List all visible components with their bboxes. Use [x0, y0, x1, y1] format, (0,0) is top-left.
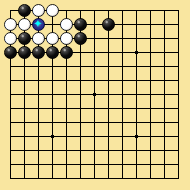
intersection-E13[interactable]: [59, 3, 73, 17]
intersection-L13[interactable]: [143, 3, 157, 17]
white-stone[interactable]: ●: [60, 32, 73, 45]
white-stone[interactable]: ●: [4, 32, 17, 45]
intersection-H6[interactable]: [101, 101, 115, 115]
intersection-A5[interactable]: [3, 115, 17, 129]
intersection-G9[interactable]: [87, 59, 101, 73]
black-stone[interactable]: ●: [32, 46, 45, 59]
intersection-E4[interactable]: [59, 129, 73, 143]
intersection-D2[interactable]: [45, 157, 59, 171]
intersection-E7[interactable]: [59, 87, 73, 101]
intersection-L7[interactable]: [143, 87, 157, 101]
intersection-L1[interactable]: [143, 171, 157, 185]
intersection-G4[interactable]: [87, 129, 101, 143]
white-stone[interactable]: ●: [46, 4, 59, 17]
intersection-K8[interactable]: [129, 73, 143, 87]
black-stone[interactable]: ●: [102, 18, 115, 31]
intersection-A7[interactable]: [3, 87, 17, 101]
intersection-D8[interactable]: [45, 73, 59, 87]
intersection-L11[interactable]: [143, 31, 157, 45]
intersection-N2[interactable]: [171, 157, 185, 171]
black-stone[interactable]: ●: [18, 32, 31, 45]
intersection-L9[interactable]: [143, 59, 157, 73]
intersection-D6[interactable]: [45, 101, 59, 115]
intersection-D7[interactable]: [45, 87, 59, 101]
intersection-M1[interactable]: [157, 171, 171, 185]
intersection-D3[interactable]: [45, 143, 59, 157]
intersection-B4[interactable]: [17, 129, 31, 143]
intersection-A1[interactable]: [3, 171, 17, 185]
go-board: ●●●●●●✦●●●●●●●●●●●●●●: [0, 0, 190, 190]
intersection-M13[interactable]: [157, 3, 171, 17]
intersection-M11[interactable]: [157, 31, 171, 45]
white-stone[interactable]: ●: [32, 32, 45, 45]
white-stone[interactable]: ●: [60, 18, 73, 31]
intersection-K6[interactable]: [129, 101, 143, 115]
intersection-C13[interactable]: ●: [31, 3, 45, 17]
intersection-H9[interactable]: [101, 59, 115, 73]
black-stone[interactable]: ●: [18, 46, 31, 59]
intersection-M2[interactable]: [157, 157, 171, 171]
intersection-C9[interactable]: [31, 59, 45, 73]
intersection-E8[interactable]: [59, 73, 73, 87]
intersection-F3[interactable]: [73, 143, 87, 157]
intersection-C10[interactable]: ●: [31, 45, 45, 59]
intersection-N9[interactable]: [171, 59, 185, 73]
intersection-L2[interactable]: [143, 157, 157, 171]
intersection-H5[interactable]: [101, 115, 115, 129]
intersection-H7[interactable]: [101, 87, 115, 101]
intersection-F13[interactable]: [73, 3, 87, 17]
intersection-C2[interactable]: [31, 157, 45, 171]
intersection-L3[interactable]: [143, 143, 157, 157]
intersection-K11[interactable]: [129, 31, 143, 45]
intersection-D1[interactable]: [45, 171, 59, 185]
intersection-N1[interactable]: [171, 171, 185, 185]
intersection-K5[interactable]: [129, 115, 143, 129]
black-stone[interactable]: ●: [74, 32, 87, 45]
last-move-marker-icon: ✦: [33, 19, 44, 30]
intersection-B1[interactable]: [17, 171, 31, 185]
intersection-B2[interactable]: [17, 157, 31, 171]
intersection-H3[interactable]: [101, 143, 115, 157]
intersection-G8[interactable]: [87, 73, 101, 87]
white-stone[interactable]: ●: [46, 32, 59, 45]
intersection-G13[interactable]: [87, 3, 101, 17]
intersection-L6[interactable]: [143, 101, 157, 115]
intersection-B6[interactable]: [17, 101, 31, 115]
intersection-K1[interactable]: [129, 171, 143, 185]
intersection-E5[interactable]: [59, 115, 73, 129]
intersection-K7[interactable]: [129, 87, 143, 101]
intersection-D4[interactable]: [45, 129, 59, 143]
intersection-J12[interactable]: [115, 17, 129, 31]
intersection-F8[interactable]: [73, 73, 87, 87]
intersection-B12[interactable]: ●: [17, 17, 31, 31]
intersection-H13[interactable]: [101, 3, 115, 17]
intersection-J3[interactable]: [115, 143, 129, 157]
intersection-B13[interactable]: ●: [17, 3, 31, 17]
black-stone[interactable]: ●: [74, 18, 87, 31]
black-stone[interactable]: ●: [18, 4, 31, 17]
intersection-F4[interactable]: [73, 129, 87, 143]
intersection-A4[interactable]: [3, 129, 17, 143]
white-stone[interactable]: ●: [18, 18, 31, 31]
intersection-H4[interactable]: [101, 129, 115, 143]
intersection-B11[interactable]: ●: [17, 31, 31, 45]
intersection-K9[interactable]: [129, 59, 143, 73]
intersection-C6[interactable]: [31, 101, 45, 115]
intersection-H2[interactable]: [101, 157, 115, 171]
intersection-F5[interactable]: [73, 115, 87, 129]
intersection-E11[interactable]: ●: [59, 31, 73, 45]
intersection-G1[interactable]: [87, 171, 101, 185]
intersection-C7[interactable]: [31, 87, 45, 101]
intersection-H1[interactable]: [101, 171, 115, 185]
intersection-K12[interactable]: [129, 17, 143, 31]
intersection-L4[interactable]: [143, 129, 157, 143]
intersection-C8[interactable]: [31, 73, 45, 87]
intersection-E2[interactable]: [59, 157, 73, 171]
intersection-E3[interactable]: [59, 143, 73, 157]
white-stone[interactable]: ●: [4, 18, 17, 31]
intersection-B9[interactable]: [17, 59, 31, 73]
intersection-M3[interactable]: [157, 143, 171, 157]
intersection-M12[interactable]: [157, 17, 171, 31]
intersection-L10[interactable]: [143, 45, 157, 59]
intersection-F9[interactable]: [73, 59, 87, 73]
intersection-F12[interactable]: ●: [73, 17, 87, 31]
intersection-G2[interactable]: [87, 157, 101, 171]
intersection-E10[interactable]: ●: [59, 45, 73, 59]
intersection-E12[interactable]: ●: [59, 17, 73, 31]
intersection-M10[interactable]: [157, 45, 171, 59]
intersection-D10[interactable]: ●: [45, 45, 59, 59]
intersection-K10[interactable]: [129, 45, 143, 59]
intersection-L5[interactable]: [143, 115, 157, 129]
intersection-E6[interactable]: [59, 101, 73, 115]
intersection-M9[interactable]: [157, 59, 171, 73]
intersection-N12[interactable]: [171, 17, 185, 31]
intersection-K4[interactable]: [129, 129, 143, 143]
intersection-A12[interactable]: ●: [3, 17, 17, 31]
intersection-A8[interactable]: [3, 73, 17, 87]
intersection-N11[interactable]: [171, 31, 185, 45]
intersection-N4[interactable]: [171, 129, 185, 143]
intersection-M4[interactable]: [157, 129, 171, 143]
intersection-F10[interactable]: [73, 45, 87, 59]
intersection-F2[interactable]: [73, 157, 87, 171]
intersection-N7[interactable]: [171, 87, 185, 101]
intersection-G7[interactable]: [87, 87, 101, 101]
intersection-J11[interactable]: [115, 31, 129, 45]
intersection-G3[interactable]: [87, 143, 101, 157]
intersection-J6[interactable]: [115, 101, 129, 115]
intersection-A9[interactable]: [3, 59, 17, 73]
intersection-J7[interactable]: [115, 87, 129, 101]
intersection-H12[interactable]: ●: [101, 17, 115, 31]
intersection-A6[interactable]: [3, 101, 17, 115]
intersection-J8[interactable]: [115, 73, 129, 87]
intersection-K3[interactable]: [129, 143, 143, 157]
intersection-K2[interactable]: [129, 157, 143, 171]
intersection-E9[interactable]: [59, 59, 73, 73]
board-intersections[interactable]: ●●●●●●✦●●●●●●●●●●●●●●: [3, 3, 185, 185]
intersection-L12[interactable]: [143, 17, 157, 31]
intersection-J1[interactable]: [115, 171, 129, 185]
intersection-B10[interactable]: ●: [17, 45, 31, 59]
intersection-J13[interactable]: [115, 3, 129, 17]
intersection-F6[interactable]: [73, 101, 87, 115]
intersection-J9[interactable]: [115, 59, 129, 73]
intersection-B3[interactable]: [17, 143, 31, 157]
intersection-E1[interactable]: [59, 171, 73, 185]
intersection-G12[interactable]: [87, 17, 101, 31]
intersection-L8[interactable]: [143, 73, 157, 87]
intersection-F7[interactable]: [73, 87, 87, 101]
intersection-C12[interactable]: ●✦: [31, 17, 45, 31]
intersection-G10[interactable]: [87, 45, 101, 59]
intersection-A3[interactable]: [3, 143, 17, 157]
intersection-M8[interactable]: [157, 73, 171, 87]
intersection-D9[interactable]: [45, 59, 59, 73]
intersection-J5[interactable]: [115, 115, 129, 129]
intersection-J2[interactable]: [115, 157, 129, 171]
intersection-J10[interactable]: [115, 45, 129, 59]
intersection-D5[interactable]: [45, 115, 59, 129]
intersection-K13[interactable]: [129, 3, 143, 17]
intersection-N10[interactable]: [171, 45, 185, 59]
black-stone[interactable]: ●: [60, 46, 73, 59]
white-stone[interactable]: ●: [32, 4, 45, 17]
intersection-D13[interactable]: ●: [45, 3, 59, 17]
intersection-B5[interactable]: [17, 115, 31, 129]
intersection-M5[interactable]: [157, 115, 171, 129]
black-stone[interactable]: ●: [46, 46, 59, 59]
intersection-N8[interactable]: [171, 73, 185, 87]
intersection-C4[interactable]: [31, 129, 45, 143]
intersection-G11[interactable]: [87, 31, 101, 45]
intersection-H8[interactable]: [101, 73, 115, 87]
intersection-C3[interactable]: [31, 143, 45, 157]
intersection-B7[interactable]: [17, 87, 31, 101]
intersection-H10[interactable]: [101, 45, 115, 59]
intersection-M6[interactable]: [157, 101, 171, 115]
intersection-A11[interactable]: ●: [3, 31, 17, 45]
intersection-G6[interactable]: [87, 101, 101, 115]
intersection-C1[interactable]: [31, 171, 45, 185]
intersection-N3[interactable]: [171, 143, 185, 157]
intersection-F11[interactable]: ●: [73, 31, 87, 45]
intersection-H11[interactable]: [101, 31, 115, 45]
intersection-A2[interactable]: [3, 157, 17, 171]
intersection-M7[interactable]: [157, 87, 171, 101]
marked-black-stone[interactable]: ●✦: [32, 18, 45, 31]
black-stone[interactable]: ●: [4, 46, 17, 59]
intersection-D12[interactable]: [45, 17, 59, 31]
intersection-N6[interactable]: [171, 101, 185, 115]
intersection-N13[interactable]: [171, 3, 185, 17]
intersection-N5[interactable]: [171, 115, 185, 129]
intersection-A13[interactable]: [3, 3, 17, 17]
intersection-A10[interactable]: ●: [3, 45, 17, 59]
intersection-C11[interactable]: ●: [31, 31, 45, 45]
intersection-G5[interactable]: [87, 115, 101, 129]
intersection-D11[interactable]: ●: [45, 31, 59, 45]
intersection-F1[interactable]: [73, 171, 87, 185]
intersection-B8[interactable]: [17, 73, 31, 87]
intersection-C5[interactable]: [31, 115, 45, 129]
intersection-J4[interactable]: [115, 129, 129, 143]
